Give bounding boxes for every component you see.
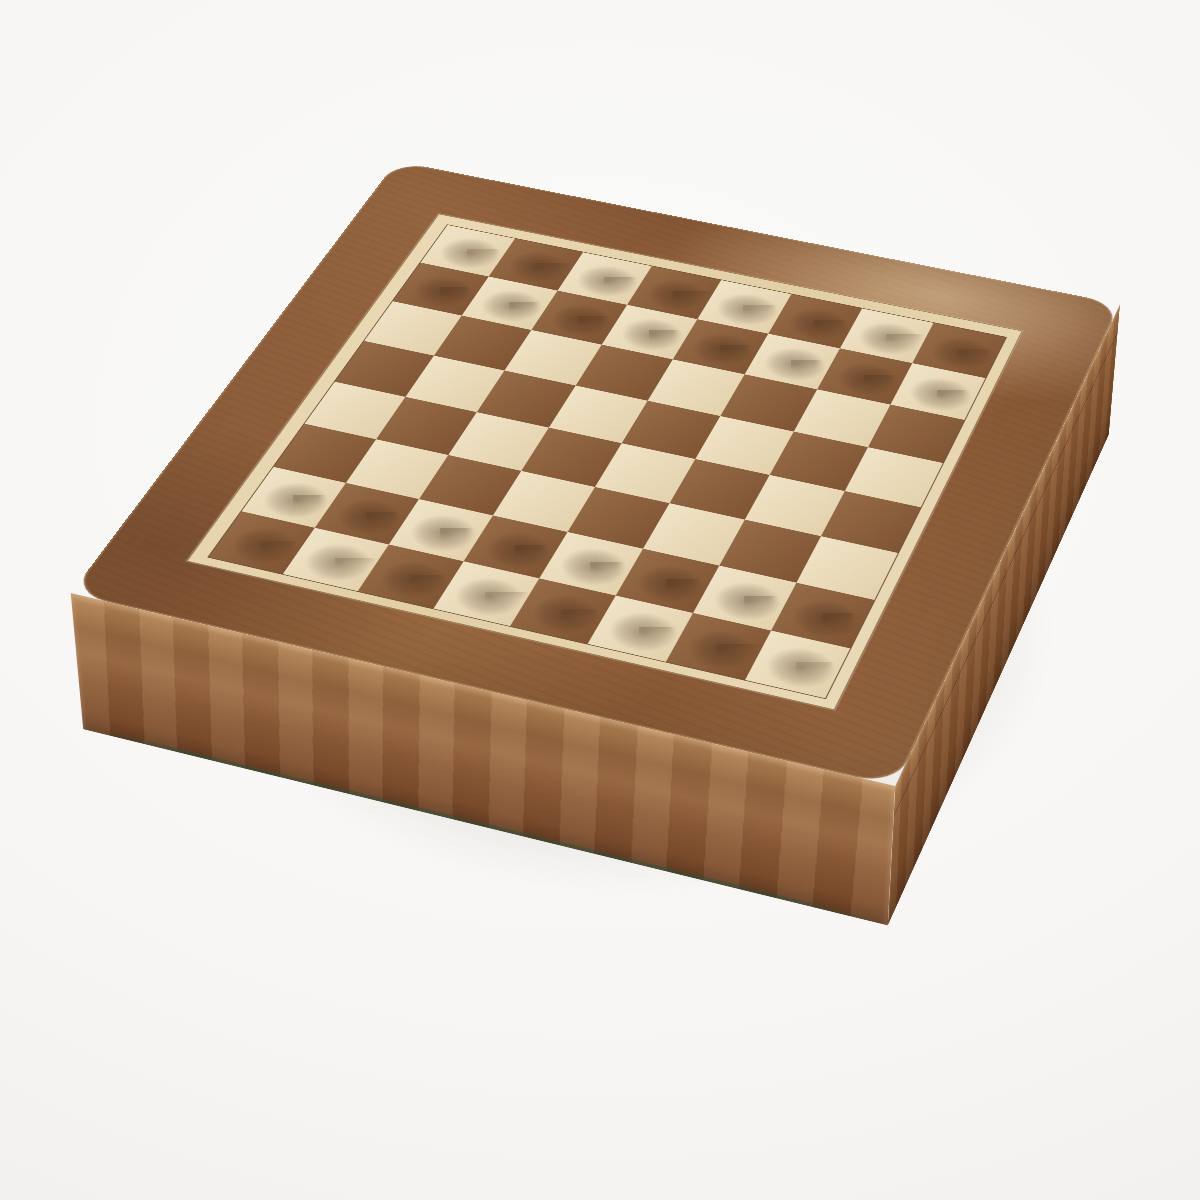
- felt-base-edge: [83, 725, 888, 925]
- chess-box: ♜♞♝♛♚♝♞♜♟♟♟♟♟♟♟♟♟♟♟♟♟♟♟♟♜♞♝♛♚♝♞♜: [83, 288, 1109, 925]
- white-pawn-icon: ♟: [898, 257, 976, 412]
- white-pawn-icon: ♟: [825, 242, 902, 396]
- chess-set-scene: ♜♞♝♛♚♝♞♜♟♟♟♟♟♟♟♟♟♟♟♟♟♟♟♟♜♞♝♛♚♝♞♜: [0, 0, 1200, 1200]
- black-rook-icon: ♜: [746, 490, 846, 690]
